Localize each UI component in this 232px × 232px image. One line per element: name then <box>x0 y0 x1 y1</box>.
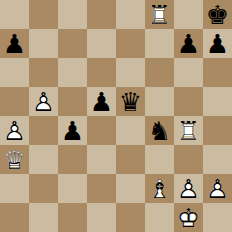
square-e5[interactable]: ♛ <box>116 87 145 116</box>
square-g6[interactable] <box>174 58 203 87</box>
square-f2[interactable]: ♝♗ <box>145 174 174 203</box>
square-e6[interactable] <box>116 58 145 87</box>
square-g8[interactable] <box>174 0 203 29</box>
square-a1[interactable] <box>0 203 29 232</box>
square-c3[interactable] <box>58 145 87 174</box>
black-pawn-glyph: ♟ <box>90 89 113 115</box>
piece-white-bishop[interactable]: ♝♗ <box>145 174 174 203</box>
black-queen-glyph: ♛ <box>119 89 142 115</box>
square-b5[interactable]: ♟♙ <box>29 87 58 116</box>
square-c2[interactable] <box>58 174 87 203</box>
square-d7[interactable] <box>87 29 116 58</box>
white-queen-outline-glyph: ♕ <box>3 147 26 173</box>
square-c5[interactable] <box>58 87 87 116</box>
square-f4[interactable]: ♞ <box>145 116 174 145</box>
piece-white-king[interactable]: ♚♔ <box>174 203 203 232</box>
square-f6[interactable] <box>145 58 174 87</box>
square-f7[interactable] <box>145 29 174 58</box>
piece-white-pawn[interactable]: ♟♙ <box>29 87 58 116</box>
square-f5[interactable] <box>145 87 174 116</box>
piece-black-pawn[interactable]: ♟ <box>58 116 87 145</box>
square-c7[interactable] <box>58 29 87 58</box>
square-g2[interactable]: ♟♙ <box>174 174 203 203</box>
white-rook-outline-glyph: ♖ <box>148 2 171 28</box>
square-h7[interactable]: ♟ <box>203 29 232 58</box>
square-e2[interactable] <box>116 174 145 203</box>
square-b1[interactable] <box>29 203 58 232</box>
square-a6[interactable] <box>0 58 29 87</box>
square-h3[interactable] <box>203 145 232 174</box>
square-h2[interactable]: ♟♙ <box>203 174 232 203</box>
white-pawn-outline-glyph: ♙ <box>177 176 200 202</box>
white-rook-outline-glyph: ♖ <box>177 118 200 144</box>
square-b3[interactable] <box>29 145 58 174</box>
square-e7[interactable] <box>116 29 145 58</box>
piece-white-pawn[interactable]: ♟♙ <box>0 116 29 145</box>
square-h8[interactable]: ♚ <box>203 0 232 29</box>
piece-white-rook[interactable]: ♜♖ <box>145 0 174 29</box>
square-f8[interactable]: ♜♖ <box>145 0 174 29</box>
square-h4[interactable] <box>203 116 232 145</box>
square-c6[interactable] <box>58 58 87 87</box>
square-d3[interactable] <box>87 145 116 174</box>
square-h5[interactable] <box>203 87 232 116</box>
black-king-glyph: ♚ <box>206 2 229 28</box>
square-a4[interactable]: ♟♙ <box>0 116 29 145</box>
square-h6[interactable] <box>203 58 232 87</box>
piece-white-rook[interactable]: ♜♖ <box>174 116 203 145</box>
square-b7[interactable] <box>29 29 58 58</box>
square-g4[interactable]: ♜♖ <box>174 116 203 145</box>
square-c8[interactable] <box>58 0 87 29</box>
square-a3[interactable]: ♛♕ <box>0 145 29 174</box>
square-d2[interactable] <box>87 174 116 203</box>
piece-black-king[interactable]: ♚ <box>203 0 232 29</box>
square-f1[interactable] <box>145 203 174 232</box>
black-pawn-glyph: ♟ <box>3 31 26 57</box>
square-g1[interactable]: ♚♔ <box>174 203 203 232</box>
square-g7[interactable]: ♟ <box>174 29 203 58</box>
square-e8[interactable] <box>116 0 145 29</box>
piece-white-pawn[interactable]: ♟♙ <box>203 174 232 203</box>
square-d5[interactable]: ♟ <box>87 87 116 116</box>
square-e1[interactable] <box>116 203 145 232</box>
white-pawn-outline-glyph: ♙ <box>3 118 26 144</box>
square-e4[interactable] <box>116 116 145 145</box>
square-b8[interactable] <box>29 0 58 29</box>
piece-white-pawn[interactable]: ♟♙ <box>174 174 203 203</box>
square-b2[interactable] <box>29 174 58 203</box>
piece-white-queen[interactable]: ♛♕ <box>0 145 29 174</box>
square-a7[interactable]: ♟ <box>0 29 29 58</box>
square-g3[interactable] <box>174 145 203 174</box>
square-d4[interactable] <box>87 116 116 145</box>
square-a2[interactable] <box>0 174 29 203</box>
white-king-outline-glyph: ♔ <box>177 205 200 231</box>
square-b6[interactable] <box>29 58 58 87</box>
square-d1[interactable] <box>87 203 116 232</box>
piece-black-pawn[interactable]: ♟ <box>87 87 116 116</box>
white-bishop-outline-glyph: ♗ <box>148 176 171 202</box>
square-b4[interactable] <box>29 116 58 145</box>
piece-black-queen[interactable]: ♛ <box>116 87 145 116</box>
square-d8[interactable] <box>87 0 116 29</box>
square-a5[interactable] <box>0 87 29 116</box>
square-g5[interactable] <box>174 87 203 116</box>
black-pawn-glyph: ♟ <box>206 31 229 57</box>
chess-board: ♜♖♚♟♟♟♟♙♟♛♟♙♟♞♜♖♛♕♝♗♟♙♟♙♚♔ <box>0 0 232 232</box>
black-pawn-glyph: ♟ <box>177 31 200 57</box>
square-a8[interactable] <box>0 0 29 29</box>
square-d6[interactable] <box>87 58 116 87</box>
white-pawn-outline-glyph: ♙ <box>32 89 55 115</box>
square-f3[interactable] <box>145 145 174 174</box>
square-c1[interactable] <box>58 203 87 232</box>
square-e3[interactable] <box>116 145 145 174</box>
piece-black-knight[interactable]: ♞ <box>145 116 174 145</box>
piece-black-pawn[interactable]: ♟ <box>0 29 29 58</box>
black-knight-glyph: ♞ <box>148 118 171 144</box>
white-pawn-outline-glyph: ♙ <box>206 176 229 202</box>
square-h1[interactable] <box>203 203 232 232</box>
black-pawn-glyph: ♟ <box>61 118 84 144</box>
piece-black-pawn[interactable]: ♟ <box>203 29 232 58</box>
piece-black-pawn[interactable]: ♟ <box>174 29 203 58</box>
square-c4[interactable]: ♟ <box>58 116 87 145</box>
